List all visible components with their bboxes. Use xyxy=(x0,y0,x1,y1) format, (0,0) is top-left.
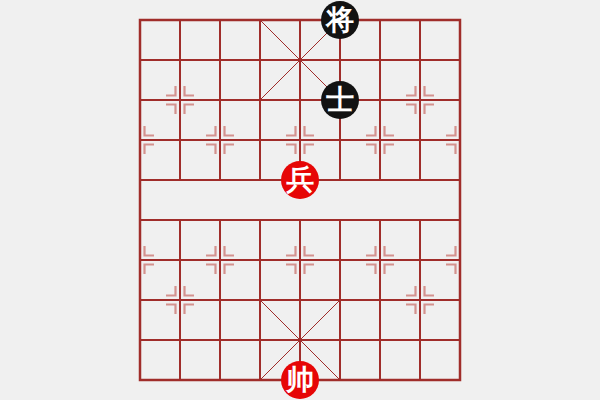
xiangqi-diagram: 将士兵帅 xyxy=(0,0,600,400)
red-general-piece[interactable]: 帅 xyxy=(281,361,319,399)
red-soldier-piece[interactable]: 兵 xyxy=(281,161,319,199)
black-general-piece[interactable]: 将 xyxy=(321,1,359,39)
black-advisor-piece[interactable]: 士 xyxy=(321,81,359,119)
xiangqi-board[interactable]: 将士兵帅 xyxy=(120,0,480,400)
